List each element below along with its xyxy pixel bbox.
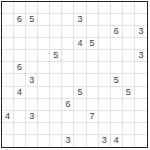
- grid-cell[interactable]: [74, 111, 86, 123]
- grid-cell[interactable]: [62, 62, 74, 74]
- grid-cell[interactable]: [123, 135, 135, 147]
- grid-cell[interactable]: [26, 123, 38, 135]
- grid-cell[interactable]: [26, 135, 38, 147]
- puzzle-board: 6536345536354556437334: [1, 1, 148, 148]
- grid-cell[interactable]: [38, 50, 50, 62]
- grid-cell[interactable]: 5: [87, 38, 99, 50]
- grid-cell[interactable]: [111, 38, 123, 50]
- grid-cell[interactable]: [38, 135, 50, 147]
- grid-cell[interactable]: [111, 50, 123, 62]
- grid-cell[interactable]: [38, 62, 50, 74]
- grid-cell[interactable]: [2, 38, 14, 50]
- grid-cell[interactable]: [62, 38, 74, 50]
- grid-cell[interactable]: [14, 135, 26, 147]
- grid-cell[interactable]: [50, 38, 62, 50]
- grid-cell[interactable]: [50, 74, 62, 86]
- grid-cell[interactable]: [87, 135, 99, 147]
- grid-cell[interactable]: [123, 62, 135, 74]
- grid-cell[interactable]: [50, 26, 62, 38]
- grid-cell[interactable]: 3: [26, 74, 38, 86]
- grid-cell[interactable]: [123, 38, 135, 50]
- grid-cell[interactable]: [99, 123, 111, 135]
- grid-cell[interactable]: [135, 14, 147, 26]
- grid-cell[interactable]: [26, 87, 38, 99]
- grid-cell[interactable]: 6: [14, 14, 26, 26]
- grid-cell[interactable]: [74, 123, 86, 135]
- grid-cell[interactable]: [99, 50, 111, 62]
- grid-cell[interactable]: 4: [14, 87, 26, 99]
- grid-cell[interactable]: [123, 26, 135, 38]
- grid-cell[interactable]: [38, 123, 50, 135]
- grid-cell[interactable]: [2, 87, 14, 99]
- grid-cell[interactable]: [74, 135, 86, 147]
- grid-cell[interactable]: [2, 50, 14, 62]
- grid-cell[interactable]: 5: [26, 14, 38, 26]
- grid-cell[interactable]: [50, 123, 62, 135]
- grid-cell[interactable]: [99, 99, 111, 111]
- grid-cell[interactable]: [26, 99, 38, 111]
- grid-cell[interactable]: [2, 26, 14, 38]
- grid-cell[interactable]: [135, 38, 147, 50]
- grid-cell[interactable]: 3: [26, 111, 38, 123]
- grid-cell[interactable]: [62, 74, 74, 86]
- grid-cell[interactable]: 4: [111, 135, 123, 147]
- grid-cell[interactable]: [38, 74, 50, 86]
- grid-cell[interactable]: [38, 99, 50, 111]
- grid-cell[interactable]: [135, 123, 147, 135]
- grid-cell[interactable]: [2, 62, 14, 74]
- grid-cell[interactable]: [38, 26, 50, 38]
- grid-cell[interactable]: [111, 111, 123, 123]
- grid-cell[interactable]: [87, 14, 99, 26]
- grid-cell[interactable]: [99, 111, 111, 123]
- grid-cell[interactable]: [99, 14, 111, 26]
- grid-cell[interactable]: 5: [74, 87, 86, 99]
- grid-cell[interactable]: 6: [111, 26, 123, 38]
- grid-cell[interactable]: [2, 14, 14, 26]
- grid-cell[interactable]: [26, 2, 38, 14]
- grid-cell[interactable]: [38, 111, 50, 123]
- grid-cell[interactable]: 6: [62, 99, 74, 111]
- grid-cell[interactable]: [135, 135, 147, 147]
- grid-cell[interactable]: [14, 123, 26, 135]
- grid-cell[interactable]: [2, 135, 14, 147]
- grid-cell[interactable]: [123, 50, 135, 62]
- grid-cell[interactable]: [74, 50, 86, 62]
- grid-cell[interactable]: [87, 50, 99, 62]
- grid-cell[interactable]: [99, 2, 111, 14]
- grid-cell[interactable]: [135, 87, 147, 99]
- grid-cell[interactable]: [74, 99, 86, 111]
- grid-cell[interactable]: [135, 62, 147, 74]
- puzzle-grid: 6536345536354556437334: [2, 2, 147, 147]
- grid-cell[interactable]: [14, 99, 26, 111]
- grid-cell[interactable]: [74, 62, 86, 74]
- grid-cell[interactable]: [135, 111, 147, 123]
- grid-cell[interactable]: [87, 62, 99, 74]
- grid-cell[interactable]: [38, 14, 50, 26]
- grid-cell[interactable]: [62, 87, 74, 99]
- grid-cell[interactable]: [135, 2, 147, 14]
- grid-cell[interactable]: [50, 99, 62, 111]
- grid-cell[interactable]: [99, 87, 111, 99]
- grid-cell[interactable]: [123, 14, 135, 26]
- grid-cell[interactable]: [14, 2, 26, 14]
- grid-cell[interactable]: [38, 2, 50, 14]
- grid-cell[interactable]: [74, 2, 86, 14]
- grid-cell[interactable]: 4: [2, 111, 14, 123]
- grid-cell[interactable]: [26, 26, 38, 38]
- grid-cell[interactable]: [111, 87, 123, 99]
- grid-cell[interactable]: [87, 99, 99, 111]
- grid-cell[interactable]: [2, 99, 14, 111]
- grid-cell[interactable]: [99, 26, 111, 38]
- grid-cell[interactable]: [14, 26, 26, 38]
- grid-cell[interactable]: [123, 123, 135, 135]
- grid-cell[interactable]: [50, 14, 62, 26]
- grid-cell[interactable]: 3: [62, 135, 74, 147]
- grid-cell[interactable]: [2, 2, 14, 14]
- grid-cell[interactable]: [14, 38, 26, 50]
- grid-cell[interactable]: [111, 2, 123, 14]
- grid-cell[interactable]: [26, 38, 38, 50]
- grid-cell[interactable]: 3: [135, 26, 147, 38]
- grid-cell[interactable]: [123, 2, 135, 14]
- grid-cell[interactable]: [123, 99, 135, 111]
- grid-cell[interactable]: 3: [74, 14, 86, 26]
- grid-cell[interactable]: [2, 74, 14, 86]
- grid-cell[interactable]: [62, 50, 74, 62]
- grid-cell[interactable]: [74, 26, 86, 38]
- grid-cell[interactable]: [111, 62, 123, 74]
- grid-cell[interactable]: [123, 111, 135, 123]
- grid-cell[interactable]: [50, 62, 62, 74]
- grid-cell[interactable]: [87, 87, 99, 99]
- grid-cell[interactable]: 5: [50, 50, 62, 62]
- grid-cell[interactable]: [62, 111, 74, 123]
- grid-cell[interactable]: [111, 123, 123, 135]
- grid-cell[interactable]: 3: [135, 50, 147, 62]
- grid-cell[interactable]: [87, 74, 99, 86]
- grid-cell[interactable]: [135, 99, 147, 111]
- grid-cell[interactable]: [87, 26, 99, 38]
- grid-cell[interactable]: [99, 62, 111, 74]
- grid-cell[interactable]: [135, 74, 147, 86]
- grid-cell[interactable]: 4: [74, 38, 86, 50]
- grid-cell[interactable]: [99, 38, 111, 50]
- grid-cell[interactable]: 5: [111, 74, 123, 86]
- grid-cell[interactable]: [50, 135, 62, 147]
- grid-cell[interactable]: 6: [14, 62, 26, 74]
- grid-cell[interactable]: [111, 14, 123, 26]
- grid-cell[interactable]: [14, 74, 26, 86]
- grid-cell[interactable]: [87, 123, 99, 135]
- grid-cell[interactable]: [62, 123, 74, 135]
- grid-cell[interactable]: [26, 50, 38, 62]
- grid-cell[interactable]: 3: [99, 135, 111, 147]
- grid-cell[interactable]: 7: [87, 111, 99, 123]
- grid-cell[interactable]: [14, 111, 26, 123]
- grid-cell[interactable]: [50, 87, 62, 99]
- grid-cell[interactable]: [74, 74, 86, 86]
- grid-cell[interactable]: [123, 74, 135, 86]
- grid-cell[interactable]: 5: [123, 87, 135, 99]
- grid-cell[interactable]: [38, 38, 50, 50]
- grid-cell[interactable]: [62, 14, 74, 26]
- grid-cell[interactable]: [26, 62, 38, 74]
- grid-cell[interactable]: [62, 26, 74, 38]
- grid-cell[interactable]: [2, 123, 14, 135]
- grid-cell[interactable]: [99, 74, 111, 86]
- grid-cell[interactable]: [50, 2, 62, 14]
- grid-cell[interactable]: [87, 2, 99, 14]
- grid-cell[interactable]: [14, 50, 26, 62]
- grid-cell[interactable]: [111, 99, 123, 111]
- grid-cell[interactable]: [50, 111, 62, 123]
- grid-cell[interactable]: [62, 2, 74, 14]
- grid-cell[interactable]: [38, 87, 50, 99]
